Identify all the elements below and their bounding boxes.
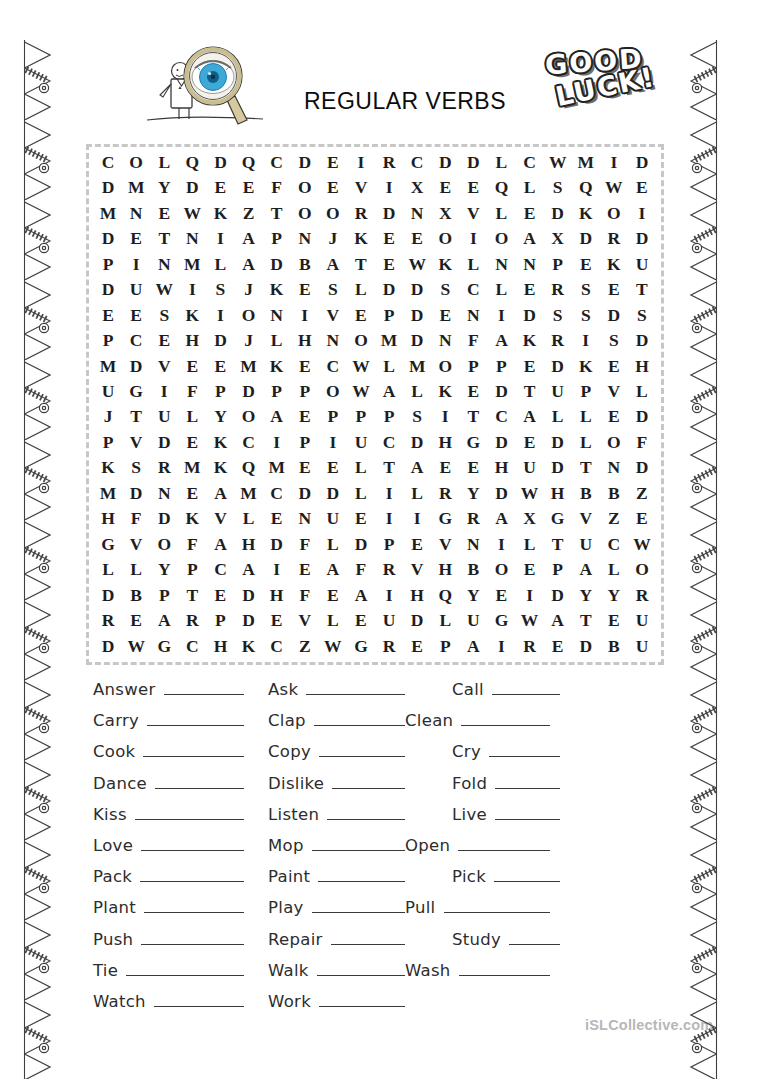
grid-cell: A [516, 405, 544, 430]
word-list-item: Work [268, 992, 405, 1011]
grid-cell: R [516, 634, 544, 659]
grid-cell: F [291, 583, 319, 608]
grid-cell: E [347, 506, 375, 531]
grid-cell: P [347, 405, 375, 430]
grid-cell: K [206, 455, 234, 480]
grid-cell: L [572, 405, 600, 430]
grid-cell: P [572, 379, 600, 404]
grid-cell: C [375, 430, 403, 455]
grid-cell: F [122, 506, 150, 531]
grid-cell: P [94, 328, 122, 353]
grid-cell: E [347, 303, 375, 328]
grid-cell: Q [235, 150, 263, 175]
grid-cell: A [375, 379, 403, 404]
grid-cell: M [375, 328, 403, 353]
word-list-item: Dance [93, 774, 268, 793]
grid-cell: M [235, 481, 263, 506]
verb-label: Live [452, 805, 487, 824]
grid-cell: G [122, 379, 150, 404]
answer-blank [331, 936, 405, 945]
word-list-item: Copy [268, 742, 405, 761]
grid-cell: K [263, 354, 291, 379]
grid-cell: E [403, 532, 431, 557]
grid-cell: O [150, 532, 178, 557]
grid-cell: K [516, 328, 544, 353]
grid-cell: E [206, 354, 234, 379]
answer-blank [319, 998, 405, 1007]
grid-cell: U [628, 634, 656, 659]
zigzag-pattern [684, 40, 718, 1079]
grid-cell: Y [206, 405, 234, 430]
grid-cell: M [178, 252, 206, 277]
grid-cell: C [600, 532, 628, 557]
grid-cell: Q [572, 175, 600, 200]
grid-cell: M [235, 354, 263, 379]
grid-cell: C [235, 430, 263, 455]
grid-cell: A [150, 608, 178, 633]
answer-blank [495, 811, 560, 820]
grid-cell: O [235, 303, 263, 328]
grid-cell: R [150, 455, 178, 480]
grid-cell: E [628, 506, 656, 531]
grid-cell: I [487, 303, 515, 328]
grid-cell: R [544, 328, 572, 353]
grid-cell: D [628, 150, 656, 175]
grid-cell: W [178, 201, 206, 226]
grid-cell: D [403, 328, 431, 353]
grid-cell: L [347, 277, 375, 302]
grid-cell: H [206, 634, 234, 659]
grid-cell: G [544, 506, 572, 531]
verb-label: Dance [93, 774, 147, 793]
grid-cell: C [487, 405, 515, 430]
grid-cell: P [206, 608, 234, 633]
grid-cell: D [544, 354, 572, 379]
grid-cell: I [403, 506, 431, 531]
grid-cell: D [628, 455, 656, 480]
grid-cell: E [431, 175, 459, 200]
grid-cell: E [319, 150, 347, 175]
grid-cell: A [544, 608, 572, 633]
grid-cell: M [94, 201, 122, 226]
grid-cell: C [516, 150, 544, 175]
grid-cell: S [544, 303, 572, 328]
grid-cell: I [487, 532, 515, 557]
grid-cell: K [572, 201, 600, 226]
grid-cell: J [235, 277, 263, 302]
grid-cell: T [122, 405, 150, 430]
grid-cell: L [487, 201, 515, 226]
word-list-item: Study [452, 930, 560, 949]
grid-cell: O [600, 430, 628, 455]
grid-cell: D [319, 481, 347, 506]
grid-cell: A [347, 583, 375, 608]
grid-cell: U [572, 532, 600, 557]
good-luck-graphic: GOOD LUCK! [545, 48, 675, 128]
grid-cell: E [178, 430, 206, 455]
grid-cell: T [178, 583, 206, 608]
grid-cell: L [628, 379, 656, 404]
grid-cell: P [487, 354, 515, 379]
grid-cell: D [544, 430, 572, 455]
grid-cell: T [572, 455, 600, 480]
grid-cell: O [628, 557, 656, 582]
answer-blank [141, 842, 244, 851]
verb-label: Wash [405, 961, 451, 980]
grid-cell: D [122, 481, 150, 506]
answer-blank [444, 904, 551, 913]
grid-cell: U [516, 455, 544, 480]
grid-cell: S [544, 175, 572, 200]
grid-cell: L [94, 557, 122, 582]
answer-blank [327, 811, 405, 820]
grid-cell: E [403, 226, 431, 251]
verb-label: Plant [93, 898, 136, 917]
grid-cell: A [235, 252, 263, 277]
grid-cell: L [459, 252, 487, 277]
grid-cell: P [459, 354, 487, 379]
grid-cell: S [150, 303, 178, 328]
grid-cell: N [600, 455, 628, 480]
grid-cell: V [319, 303, 347, 328]
grid-cell: S [572, 277, 600, 302]
grid-cell: D [235, 379, 263, 404]
grid-cell: L [347, 455, 375, 480]
right-decorative-border [684, 40, 718, 1079]
grid-cell: D [487, 430, 515, 455]
grid-cell: V [122, 430, 150, 455]
grid-cell: N [178, 226, 206, 251]
word-list-item: Clean [405, 711, 550, 730]
grid-cell: D [94, 583, 122, 608]
grid-cell: L [263, 328, 291, 353]
grid-cell: D [235, 583, 263, 608]
grid-cell: A [487, 506, 515, 531]
eye-icon [192, 60, 234, 94]
grid-cell: D [572, 634, 600, 659]
answer-blank [318, 873, 405, 882]
grid-cell: I [178, 277, 206, 302]
answer-blank [312, 904, 405, 913]
grid-cell: I [487, 634, 515, 659]
word-list-item: Pick [452, 867, 560, 886]
grid-cell: E [291, 405, 319, 430]
verb-label: Answer [93, 680, 156, 699]
grid-cell: K [206, 201, 234, 226]
grid-cell: A [206, 481, 234, 506]
grid-cell: D [206, 150, 234, 175]
grid-cell: E [431, 455, 459, 480]
grid-cell: A [459, 634, 487, 659]
grid-cell: T [572, 608, 600, 633]
grid-cell: A [235, 226, 263, 251]
grid-cell: P [263, 379, 291, 404]
grid-cell: T [459, 405, 487, 430]
grid-cell: J [319, 226, 347, 251]
grid-cell: Q [431, 583, 459, 608]
grid-cell: L [403, 379, 431, 404]
grid-cell: G [150, 634, 178, 659]
grid-cell: E [291, 277, 319, 302]
grid-cell: I [375, 175, 403, 200]
grid-cell: E [178, 354, 206, 379]
grid-cell: W [319, 634, 347, 659]
grid-cell: D [544, 455, 572, 480]
grid-cell: D [403, 430, 431, 455]
word-list-item: Dislike [268, 774, 405, 793]
grid-cell: E [600, 354, 628, 379]
verb-label: Listen [268, 805, 319, 824]
answer-blank [140, 873, 244, 882]
grid-cell: E [572, 252, 600, 277]
grid-cell: O [431, 354, 459, 379]
verb-label: Fold [452, 774, 487, 793]
grid-cell: N [122, 201, 150, 226]
grid-cell: V [431, 532, 459, 557]
grid-cell: P [178, 557, 206, 582]
grid-cell: I [263, 430, 291, 455]
grid-cell: D [122, 354, 150, 379]
grid-cell: E [600, 277, 628, 302]
grid-cell: O [319, 379, 347, 404]
grid-cell: E [516, 430, 544, 455]
grid-cell: T [544, 532, 572, 557]
grid-cell: W [516, 608, 544, 633]
grid-cell: W [600, 175, 628, 200]
grid-cell: U [94, 379, 122, 404]
grid-cell: D [516, 303, 544, 328]
grid-cell: K [347, 226, 375, 251]
grid-cell: P [544, 557, 572, 582]
grid-cell: E [516, 201, 544, 226]
grid-cell: Y [459, 583, 487, 608]
grid-cell: R [347, 201, 375, 226]
word-list-row: PlantPlayPull [93, 892, 659, 923]
grid-cell: K [206, 430, 234, 455]
grid-cell: O [600, 201, 628, 226]
grid-cell: M [403, 354, 431, 379]
grid-cell: D [572, 226, 600, 251]
grid-cell: O [291, 201, 319, 226]
verb-label: Push [93, 930, 133, 949]
grid-cell: G [459, 430, 487, 455]
grid-cell: D [628, 405, 656, 430]
grid-cell: W [122, 634, 150, 659]
grid-cell: L [375, 354, 403, 379]
answer-blank [143, 748, 244, 757]
grid-cell: S [206, 277, 234, 302]
verb-label: Love [93, 836, 133, 855]
grid-cell: O [431, 226, 459, 251]
grid-cell: E [122, 303, 150, 328]
grid-cell: K [94, 455, 122, 480]
grid-cell: E [459, 175, 487, 200]
word-list-item: Carry [93, 711, 268, 730]
grid-cell: W [403, 252, 431, 277]
grid-cell: P [375, 405, 403, 430]
verb-label: Cook [93, 742, 135, 761]
word-list-item: Kiss [93, 805, 268, 824]
word-list-item: Wash [405, 961, 550, 980]
word-list-row: TieWalkWash [93, 955, 659, 986]
grid-cell: N [459, 532, 487, 557]
grid-cell: E [487, 583, 515, 608]
verb-label: Tie [93, 961, 118, 980]
answer-blank [147, 717, 244, 726]
grid-cell: I [516, 583, 544, 608]
grid-cell: B [600, 634, 628, 659]
word-list-item: Watch [93, 992, 268, 1011]
grid-cell: D [94, 277, 122, 302]
grid-cell: E [291, 354, 319, 379]
grid-cell: R [600, 226, 628, 251]
grid-cell: K [600, 252, 628, 277]
grid-cell: H [403, 583, 431, 608]
grid-cell: L [544, 405, 572, 430]
grid-cell: E [375, 226, 403, 251]
verb-label: Clean [405, 711, 453, 730]
grid-cell: T [263, 201, 291, 226]
grid-cell: E [375, 252, 403, 277]
grid-cell: J [94, 405, 122, 430]
grid-cell: U [150, 405, 178, 430]
grid-cell: H [235, 532, 263, 557]
grid-cell: F [628, 430, 656, 455]
answer-blank [319, 748, 405, 757]
grid-cell: O [319, 201, 347, 226]
verb-label: Study [452, 930, 501, 949]
grid-cell: I [319, 430, 347, 455]
grid-cell: X [431, 201, 459, 226]
grid-cell: I [150, 379, 178, 404]
answer-blank [495, 780, 560, 789]
grid-cell: H [263, 583, 291, 608]
grid-cell: A [319, 557, 347, 582]
word-list-item: Clap [268, 711, 405, 730]
grid-cell: U [375, 608, 403, 633]
grid-cell: E [431, 303, 459, 328]
grid-cell: N [291, 506, 319, 531]
grid-cell: D [487, 379, 515, 404]
answer-blank [314, 717, 405, 726]
grid-cell: D [628, 226, 656, 251]
grid-cell: I [431, 405, 459, 430]
grid-cell: W [516, 481, 544, 506]
answer-blank [317, 967, 405, 976]
word-list-item: Pull [405, 898, 550, 917]
grid-cell: M [178, 455, 206, 480]
grid-cell: V [403, 557, 431, 582]
grid-cell: C [94, 150, 122, 175]
grid-cell: F [178, 379, 206, 404]
verb-label: Cry [452, 742, 481, 761]
grid-cell: Y [459, 481, 487, 506]
grid-cell: Y [150, 557, 178, 582]
answer-blank [458, 842, 550, 851]
grid-cell: U [459, 608, 487, 633]
grid-cell: K [572, 354, 600, 379]
word-list-item: Fold [452, 774, 560, 793]
grid-cell: F [291, 532, 319, 557]
verb-label: Carry [93, 711, 139, 730]
grid-cell: D [544, 201, 572, 226]
grid-cell: A [206, 532, 234, 557]
grid-cell: I [600, 150, 628, 175]
grid-cell: L [572, 430, 600, 455]
grid-cell: D [291, 481, 319, 506]
verb-label: Ask [268, 680, 298, 699]
grid-cell: S [122, 455, 150, 480]
grid-cell: D [94, 226, 122, 251]
verb-label: Work [268, 992, 311, 1011]
grid-cell: V [600, 379, 628, 404]
grid-cell: O [487, 226, 515, 251]
grid-cell: D [459, 150, 487, 175]
grid-cell: F [347, 557, 375, 582]
grid-cell: C [263, 150, 291, 175]
grid-cell: S [572, 303, 600, 328]
grid-cell: D [600, 303, 628, 328]
grid-cell: D [347, 532, 375, 557]
grid-cell: H [628, 354, 656, 379]
grid-cell: P [150, 583, 178, 608]
grid-cell: W [347, 379, 375, 404]
word-list-row: AnswerAskCall [93, 674, 659, 705]
grid-cell: P [431, 634, 459, 659]
verb-label: Kiss [93, 805, 127, 824]
grid-cell: E [459, 379, 487, 404]
word-list-item: Pack [93, 867, 268, 886]
grid-cell: W [544, 150, 572, 175]
verb-label: Pack [93, 867, 132, 886]
word-list-item: Love [93, 836, 268, 855]
grid-cell: H [94, 506, 122, 531]
grid-cell: E [122, 226, 150, 251]
grid-cell: L [516, 175, 544, 200]
grid-cell: A [572, 557, 600, 582]
grid-cell: S [431, 277, 459, 302]
grid-cell: U [319, 506, 347, 531]
grid-cell: D [206, 328, 234, 353]
grid-cell: K [235, 634, 263, 659]
grid-cell: P [319, 405, 347, 430]
word-list-item: Answer [93, 680, 268, 699]
word-list-item: Mop [268, 836, 405, 855]
answer-blank [461, 717, 550, 726]
grid-cell: D [628, 328, 656, 353]
grid-cell: N [516, 252, 544, 277]
grid-cell: O [291, 175, 319, 200]
grid-cell: A [487, 328, 515, 353]
grid-cell: L [487, 277, 515, 302]
grid-cell: H [487, 455, 515, 480]
grid-cell: W [347, 354, 375, 379]
word-list-item: Ask [268, 680, 405, 699]
grid-cell: U [628, 608, 656, 633]
grid-cell: N [403, 201, 431, 226]
verb-label: Mop [268, 836, 304, 855]
grid-cell: W [150, 277, 178, 302]
grid-cell: Q [178, 150, 206, 175]
grid-cell: R [459, 506, 487, 531]
grid-cell: L [319, 608, 347, 633]
grid-cell: Y [572, 583, 600, 608]
grid-cell: D [150, 430, 178, 455]
grid-cell: P [94, 252, 122, 277]
grid-cell: G [431, 506, 459, 531]
grid-cell: P [291, 430, 319, 455]
grid-cell: A [319, 252, 347, 277]
